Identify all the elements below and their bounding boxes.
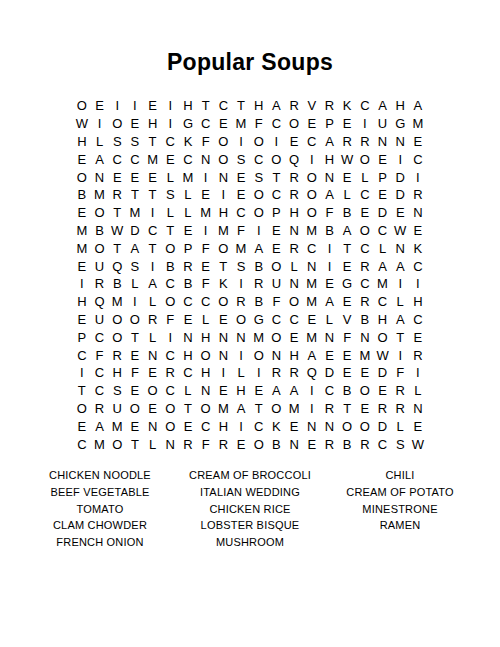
grid-cell: R <box>391 382 409 400</box>
grid-cell: A <box>321 293 339 311</box>
grid-cell: H <box>215 204 233 222</box>
grid-cell: H <box>391 97 409 115</box>
grid-cell: S <box>232 150 250 168</box>
grid-cell: O <box>108 328 126 346</box>
grid-cell: I <box>232 417 250 435</box>
grid-cell: K <box>338 97 356 115</box>
grid-cell: N <box>232 328 250 346</box>
grid-cell: I <box>197 222 215 240</box>
grid-cell: L <box>161 168 179 186</box>
grid-cell: E <box>338 168 356 186</box>
grid-cell: A <box>285 382 303 400</box>
grid-cell: L <box>179 382 197 400</box>
grid-cell: I <box>126 97 144 115</box>
grid-cell: I <box>215 364 233 382</box>
grid-cell: N <box>215 346 233 364</box>
grid-cell: B <box>338 435 356 453</box>
grid-cell: O <box>215 133 233 151</box>
word-list-column: CREAM OF BROCCOLIITALIAN WEDDINGCHICKEN … <box>175 467 325 551</box>
grid-cell: E <box>321 346 339 364</box>
grid-cell: C <box>409 257 427 275</box>
grid-cell: T <box>232 97 250 115</box>
grid-cell: C <box>232 204 250 222</box>
grid-cell: B <box>250 257 268 275</box>
grid-cell: P <box>321 115 339 133</box>
grid-cell: S <box>108 133 126 151</box>
grid-cell: E <box>215 311 233 329</box>
grid-cell: C <box>303 133 321 151</box>
grid-cell: T <box>215 257 233 275</box>
grid-cell: H <box>321 150 339 168</box>
grid-cell: O <box>268 150 286 168</box>
grid-cell: E <box>356 364 374 382</box>
grid-cell: E <box>126 417 144 435</box>
grid-cell: E <box>409 133 427 151</box>
grid-cell: R <box>285 239 303 257</box>
grid-cell: D <box>321 364 339 382</box>
grid-cell: T <box>108 239 126 257</box>
grid-cell: G <box>338 275 356 293</box>
grid-cell: B <box>268 435 286 453</box>
grid-cell: W <box>409 435 427 453</box>
grid-cell: O <box>215 239 233 257</box>
grid-cell: B <box>161 257 179 275</box>
grid-cell: P <box>268 204 286 222</box>
grid-cell: C <box>250 150 268 168</box>
grid-cell: M <box>232 239 250 257</box>
grid-cell: R <box>232 293 250 311</box>
grid-cell: F <box>321 204 339 222</box>
grid-cell: F <box>250 115 268 133</box>
grid-cell: B <box>91 222 109 240</box>
grid-cell: I <box>232 133 250 151</box>
grid-cell: N <box>409 204 427 222</box>
grid-cell: A <box>391 311 409 329</box>
grid-cell: M <box>303 328 321 346</box>
grid-cell: M <box>215 400 233 418</box>
grid-cell: M <box>108 293 126 311</box>
grid-cell: L <box>374 239 392 257</box>
grid-cell: M <box>179 168 197 186</box>
grid-cell: R <box>285 168 303 186</box>
grid-cell: G <box>391 115 409 133</box>
grid-cell: E <box>268 222 286 240</box>
grid-cell: O <box>73 400 91 418</box>
grid-cell: R <box>356 293 374 311</box>
grid-cell: R <box>321 435 339 453</box>
grid-cell: R <box>321 97 339 115</box>
grid-cell: M <box>126 204 144 222</box>
grid-cell: N <box>356 328 374 346</box>
grid-cell: I <box>321 257 339 275</box>
grid-cell: E <box>409 328 427 346</box>
grid-cell: F <box>197 239 215 257</box>
grid-cell: R <box>356 257 374 275</box>
grid-cell: M <box>73 239 91 257</box>
grid-cell: M <box>374 275 392 293</box>
grid-cell: N <box>285 222 303 240</box>
grid-cell: O <box>108 115 126 133</box>
grid-cell: L <box>409 382 427 400</box>
grid-cell: T <box>338 239 356 257</box>
grid-cell: R <box>321 400 339 418</box>
grid-cell: L <box>144 293 162 311</box>
grid-cell: L <box>338 186 356 204</box>
grid-cell: E <box>108 168 126 186</box>
grid-cell: B <box>321 222 339 240</box>
grid-cell: I <box>232 346 250 364</box>
grid-cell: T <box>126 328 144 346</box>
grid-cell: N <box>161 435 179 453</box>
grid-cell: H <box>215 417 233 435</box>
grid-cell: O <box>303 186 321 204</box>
grid-cell: L <box>356 168 374 186</box>
grid-cell: O <box>268 400 286 418</box>
grid-cell: O <box>374 328 392 346</box>
grid-cell: N <box>144 417 162 435</box>
grid-cell: L <box>179 204 197 222</box>
grid-cell: F <box>391 364 409 382</box>
grid-cell: E <box>391 204 409 222</box>
grid-cell: M <box>108 417 126 435</box>
grid-cell: C <box>144 222 162 240</box>
grid-cell: E <box>73 150 91 168</box>
grid-cell: C <box>179 364 197 382</box>
grid-cell: L <box>391 417 409 435</box>
grid-cell: S <box>232 257 250 275</box>
grid-cell: H <box>285 346 303 364</box>
grid-cell: O <box>356 417 374 435</box>
grid-cell: E <box>232 168 250 186</box>
grid-cell: L <box>197 311 215 329</box>
grid-cell: E <box>215 382 233 400</box>
letter-grid: OEIIEIHTCTHARVRKCAHAWIOEHIGCEMFCOEPEIUGM… <box>73 97 427 453</box>
grid-cell: E <box>179 311 197 329</box>
grid-cell: W <box>374 346 392 364</box>
grid-cell: C <box>321 382 339 400</box>
grid-cell: M <box>144 150 162 168</box>
grid-cell: O <box>285 115 303 133</box>
grid-cell: H <box>285 204 303 222</box>
grid-cell: A <box>126 239 144 257</box>
grid-cell: O <box>161 293 179 311</box>
grid-cell: C <box>303 239 321 257</box>
grid-cell: B <box>250 293 268 311</box>
grid-cell: H <box>108 364 126 382</box>
grid-cell: C <box>374 435 392 453</box>
word-item: CHILI <box>325 467 475 484</box>
grid-cell: C <box>161 346 179 364</box>
grid-cell: T <box>144 133 162 151</box>
grid-cell: R <box>409 186 427 204</box>
word-item: MINESTRONE <box>325 501 475 518</box>
grid-cell: N <box>391 239 409 257</box>
grid-cell: U <box>374 115 392 133</box>
grid-cell: I <box>161 115 179 133</box>
grid-cell: R <box>179 435 197 453</box>
grid-cell: O <box>73 97 91 115</box>
grid-cell: M <box>285 400 303 418</box>
grid-cell: O <box>356 382 374 400</box>
grid-cell: I <box>303 382 321 400</box>
grid-cell: E <box>338 293 356 311</box>
grid-cell: R <box>285 186 303 204</box>
grid-cell: M <box>232 115 250 133</box>
grid-cell: F <box>126 364 144 382</box>
grid-cell: I <box>197 168 215 186</box>
grid-cell: O <box>108 435 126 453</box>
grid-cell: I <box>391 275 409 293</box>
grid-cell: Q <box>91 293 109 311</box>
grid-cell: W <box>338 150 356 168</box>
grid-cell: R <box>215 435 233 453</box>
grid-cell: M <box>73 222 91 240</box>
grid-cell: F <box>161 311 179 329</box>
grid-cell: M <box>303 275 321 293</box>
grid-cell: R <box>356 133 374 151</box>
grid-cell: C <box>374 293 392 311</box>
grid-cell: E <box>232 186 250 204</box>
grid-cell: N <box>91 168 109 186</box>
grid-cell: H <box>250 97 268 115</box>
grid-cell: R <box>250 275 268 293</box>
grid-cell: B <box>179 275 197 293</box>
word-item: RAMEN <box>325 517 475 534</box>
grid-cell: I <box>144 257 162 275</box>
grid-cell: E <box>126 382 144 400</box>
grid-cell: D <box>374 364 392 382</box>
grid-cell: M <box>215 222 233 240</box>
grid-cell: I <box>215 186 233 204</box>
grid-cell: T <box>108 204 126 222</box>
grid-cell: O <box>303 204 321 222</box>
grid-cell: L <box>179 186 197 204</box>
grid-cell: I <box>391 346 409 364</box>
grid-cell: V <box>338 311 356 329</box>
grid-cell: O <box>197 400 215 418</box>
grid-cell: K <box>179 133 197 151</box>
grid-cell: O <box>161 417 179 435</box>
puzzle-title: Popular Soups <box>0 49 500 76</box>
grid-cell: U <box>108 400 126 418</box>
grid-cell: N <box>268 346 286 364</box>
grid-cell: I <box>91 115 109 133</box>
grid-cell: F <box>197 435 215 453</box>
grid-cell: N <box>321 328 339 346</box>
grid-cell: O <box>303 168 321 186</box>
grid-cell: E <box>285 328 303 346</box>
grid-cell: S <box>161 186 179 204</box>
grid-cell: C <box>197 417 215 435</box>
grid-cell: C <box>215 97 233 115</box>
grid-cell: A <box>321 186 339 204</box>
word-search-page: Popular Soups OEIIEIHTCTHARVRKCAHAWIOEHI… <box>0 0 500 647</box>
grid-cell: E <box>338 346 356 364</box>
grid-cell: E <box>374 186 392 204</box>
grid-cell: A <box>232 400 250 418</box>
grid-cell: A <box>338 222 356 240</box>
grid-cell: C <box>108 150 126 168</box>
grid-cell: O <box>144 382 162 400</box>
grid-cell: E <box>197 186 215 204</box>
grid-cell: C <box>161 133 179 151</box>
grid-cell: F <box>268 293 286 311</box>
grid-cell: E <box>91 97 109 115</box>
grid-cell: E <box>144 97 162 115</box>
grid-cell: T <box>268 168 286 186</box>
grid-cell: C <box>356 239 374 257</box>
grid-cell: H <box>374 311 392 329</box>
grid-cell: O <box>250 186 268 204</box>
word-item: ITALIAN WEDDING <box>175 484 325 501</box>
grid-cell: R <box>409 346 427 364</box>
grid-cell: O <box>268 328 286 346</box>
grid-cell: C <box>356 186 374 204</box>
grid-cell: A <box>91 150 109 168</box>
grid-cell: N <box>303 417 321 435</box>
grid-cell: L <box>232 364 250 382</box>
grid-cell: E <box>161 150 179 168</box>
grid-cell: N <box>303 257 321 275</box>
grid-cell: O <box>126 311 144 329</box>
grid-cell: I <box>409 364 427 382</box>
word-item: CHICKEN NOODLE <box>25 467 175 484</box>
grid-cell: K <box>409 239 427 257</box>
grid-cell: E <box>144 364 162 382</box>
grid-cell: L <box>391 293 409 311</box>
grid-cell: I <box>161 97 179 115</box>
grid-cell: I <box>108 97 126 115</box>
grid-cell: H <box>409 293 427 311</box>
word-item: TOMATO <box>25 501 175 518</box>
grid-cell: I <box>409 168 427 186</box>
grid-cell: R <box>108 186 126 204</box>
grid-cell: I <box>391 150 409 168</box>
grid-cell: Q <box>285 150 303 168</box>
grid-cell: R <box>391 400 409 418</box>
grid-cell: F <box>232 222 250 240</box>
grid-cell: M <box>409 115 427 133</box>
grid-cell: H <box>232 382 250 400</box>
grid-cell: C <box>126 150 144 168</box>
grid-cell: M <box>91 435 109 453</box>
grid-cell: A <box>303 346 321 364</box>
grid-cell: E <box>126 168 144 186</box>
grid-cell: E <box>144 168 162 186</box>
grid-cell: W <box>108 222 126 240</box>
grid-cell: E <box>144 400 162 418</box>
grid-cell: E <box>215 115 233 133</box>
grid-cell: L <box>161 204 179 222</box>
grid-cell: R <box>356 435 374 453</box>
grid-cell: B <box>108 275 126 293</box>
grid-cell: Q <box>303 364 321 382</box>
word-list-column: CHICKEN NOODLEBEEF VEGETABLETOMATOCLAM C… <box>25 467 175 551</box>
word-item: BEEF VEGETABLE <box>25 484 175 501</box>
word-item: FRENCH ONION <box>25 534 175 551</box>
grid-cell: O <box>250 346 268 364</box>
grid-cell: T <box>338 400 356 418</box>
grid-cell: S <box>108 382 126 400</box>
grid-cell: T <box>126 186 144 204</box>
grid-cell: T <box>197 97 215 115</box>
grid-cell: N <box>374 133 392 151</box>
grid-cell: O <box>250 204 268 222</box>
grid-cell: O <box>161 239 179 257</box>
grid-cell: H <box>197 328 215 346</box>
grid-cell: B <box>73 186 91 204</box>
grid-cell: O <box>250 435 268 453</box>
grid-cell: C <box>268 311 286 329</box>
grid-cell: I <box>73 275 91 293</box>
grid-cell: O <box>215 293 233 311</box>
grid-cell: L <box>126 275 144 293</box>
grid-cell: R <box>179 257 197 275</box>
grid-cell: E <box>409 222 427 240</box>
grid-cell: O <box>126 400 144 418</box>
grid-cell: M <box>356 346 374 364</box>
grid-cell: O <box>73 168 91 186</box>
grid-cell: C <box>356 275 374 293</box>
grid-cell: T <box>144 239 162 257</box>
grid-cell: W <box>391 222 409 240</box>
grid-cell: N <box>215 168 233 186</box>
grid-cell: L <box>144 328 162 346</box>
grid-cell: R <box>285 97 303 115</box>
grid-cell: M <box>197 204 215 222</box>
grid-cell: I <box>232 275 250 293</box>
grid-cell: A <box>91 417 109 435</box>
grid-cell: O <box>285 293 303 311</box>
grid-cell: L <box>144 435 162 453</box>
grid-cell: K <box>268 417 286 435</box>
grid-cell: E <box>285 417 303 435</box>
grid-cell: O <box>161 400 179 418</box>
grid-cell: H <box>179 346 197 364</box>
grid-cell: O <box>91 239 109 257</box>
grid-cell: H <box>73 293 91 311</box>
grid-cell: H <box>144 115 162 133</box>
grid-cell: V <box>303 97 321 115</box>
grid-cell: R <box>91 400 109 418</box>
grid-cell: A <box>321 133 339 151</box>
grid-cell: E <box>303 435 321 453</box>
grid-cell: C <box>268 115 286 133</box>
grid-cell: O <box>91 204 109 222</box>
grid-cell: F <box>338 328 356 346</box>
grid-cell: T <box>250 400 268 418</box>
grid-cell: E <box>338 115 356 133</box>
grid-cell: I <box>250 222 268 240</box>
grid-cell: N <box>144 346 162 364</box>
grid-cell: R <box>338 133 356 151</box>
grid-cell: S <box>391 435 409 453</box>
grid-cell: P <box>179 239 197 257</box>
grid-cell: T <box>126 435 144 453</box>
grid-cell: C <box>161 275 179 293</box>
grid-cell: N <box>285 435 303 453</box>
word-item: MUSHROOM <box>175 534 325 551</box>
grid-cell: M <box>303 293 321 311</box>
grid-cell: O <box>250 133 268 151</box>
grid-cell: C <box>91 364 109 382</box>
grid-cell: O <box>268 257 286 275</box>
grid-cell: R <box>285 364 303 382</box>
grid-cell: R <box>91 275 109 293</box>
grid-cell: F <box>197 275 215 293</box>
grid-cell: E <box>197 257 215 275</box>
grid-cell: A <box>250 239 268 257</box>
